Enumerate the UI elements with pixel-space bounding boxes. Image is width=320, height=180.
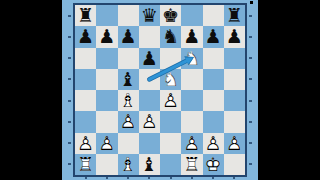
- square-e6[interactable]: [160, 48, 181, 69]
- black-pawn-glyph: ♟: [203, 26, 224, 47]
- black-pawn[interactable]: ♟: [118, 26, 139, 47]
- square-d6[interactable]: ♟: [139, 48, 160, 69]
- rank-tick-left-4: [68, 100, 71, 102]
- square-a6[interactable]: [75, 48, 96, 69]
- black-pawn-glyph: ♟: [181, 26, 202, 47]
- white-rook[interactable]: ♜♖: [75, 154, 96, 175]
- rank-tick-right-4: [249, 100, 252, 102]
- square-e2[interactable]: [160, 133, 181, 154]
- white-bishop-outline: ♗: [118, 153, 139, 174]
- black-pawn-glyph: ♟: [139, 47, 160, 68]
- square-a3[interactable]: [75, 111, 96, 132]
- black-pawn[interactable]: ♟: [224, 26, 245, 47]
- black-pawn[interactable]: ♟: [181, 26, 202, 47]
- file-tick-b: [106, 177, 108, 179]
- square-d3[interactable]: ♟♙: [139, 111, 160, 132]
- black-bishop[interactable]: ♝: [118, 69, 139, 90]
- white-pawn[interactable]: ♟♙: [160, 90, 181, 111]
- square-c4[interactable]: ♝♗: [118, 90, 139, 111]
- white-pawn[interactable]: ♟♙: [181, 133, 202, 154]
- white-knight-outline: ♘: [181, 47, 202, 68]
- square-c8[interactable]: [118, 5, 139, 26]
- square-h3[interactable]: [224, 111, 245, 132]
- chess-board-border: ♜♛♚♜♟♟♟♞♟♟♟♟♞♘♝♞♘♝♗♟♙♟♙♟♙♟♙♟♙♟♙♟♙♟♙♜♖♝♗♝…: [73, 3, 247, 177]
- rank-tick-right-6: [249, 57, 252, 59]
- rank-tick-left-1: [68, 163, 71, 165]
- square-g7[interactable]: ♟: [203, 26, 224, 47]
- white-pawn[interactable]: ♟♙: [139, 111, 160, 132]
- square-a8[interactable]: ♜: [75, 5, 96, 26]
- white-pawn-outline: ♙: [203, 132, 224, 153]
- square-f6[interactable]: ♞♘: [181, 48, 202, 69]
- square-d8[interactable]: ♛: [139, 5, 160, 26]
- square-b7[interactable]: ♟: [96, 26, 117, 47]
- white-pawn[interactable]: ♟♙: [203, 133, 224, 154]
- file-tick-c: [127, 177, 129, 179]
- white-pawn[interactable]: ♟♙: [96, 133, 117, 154]
- square-f3[interactable]: [181, 111, 202, 132]
- chess-board[interactable]: ♜♛♚♜♟♟♟♞♟♟♟♟♞♘♝♞♘♝♗♟♙♟♙♟♙♟♙♟♙♟♙♟♙♟♙♜♖♝♗♝…: [75, 5, 245, 175]
- black-pawn[interactable]: ♟: [203, 26, 224, 47]
- corner-dot: [250, 1, 253, 4]
- black-pawn-glyph: ♟: [224, 26, 245, 47]
- left-letterbox-bar: [0, 0, 62, 180]
- black-pawn[interactable]: ♟: [75, 26, 96, 47]
- black-knight-glyph: ♞: [160, 26, 181, 47]
- square-b5[interactable]: [96, 69, 117, 90]
- rank-tick-left-8: [68, 15, 71, 17]
- rank-tick-right-5: [249, 78, 252, 80]
- black-bishop-glyph: ♝: [118, 68, 139, 89]
- square-a2[interactable]: ♟♙: [75, 133, 96, 154]
- square-e8[interactable]: ♚: [160, 5, 181, 26]
- white-pawn-outline: ♙: [75, 132, 96, 153]
- white-pawn[interactable]: ♟♙: [118, 111, 139, 132]
- square-g2[interactable]: ♟♙: [203, 133, 224, 154]
- black-queen[interactable]: ♛: [139, 5, 160, 26]
- file-tick-h: [233, 177, 235, 179]
- black-rook-glyph: ♜: [224, 5, 245, 26]
- square-b1[interactable]: [96, 154, 117, 175]
- square-b6[interactable]: [96, 48, 117, 69]
- white-pawn-outline: ♙: [160, 90, 181, 111]
- rank-tick-left-7: [68, 36, 71, 38]
- rank-tick-left-3: [68, 121, 71, 123]
- rank-tick-right-7: [249, 36, 252, 38]
- right-letterbox-bar: [258, 0, 320, 180]
- black-king-glyph: ♚: [160, 5, 181, 26]
- square-c7[interactable]: ♟: [118, 26, 139, 47]
- square-g8[interactable]: [203, 5, 224, 26]
- square-h4[interactable]: [224, 90, 245, 111]
- rank-tick-right-1: [249, 163, 252, 165]
- rank-tick-right-8: [249, 15, 252, 17]
- square-c3[interactable]: ♟♙: [118, 111, 139, 132]
- white-rook-outline: ♖: [181, 153, 202, 174]
- white-bishop-outline: ♗: [118, 90, 139, 111]
- square-d7[interactable]: [139, 26, 160, 47]
- black-pawn-glyph: ♟: [96, 26, 117, 47]
- rank-tick-left-6: [68, 57, 71, 59]
- square-b4[interactable]: [96, 90, 117, 111]
- white-knight[interactable]: ♞♘: [160, 69, 181, 90]
- rank-tick-left-5: [68, 78, 71, 80]
- square-e7[interactable]: ♞: [160, 26, 181, 47]
- square-c5[interactable]: ♝: [118, 69, 139, 90]
- square-a5[interactable]: [75, 69, 96, 90]
- black-bishop-glyph: ♝: [139, 153, 160, 174]
- square-c6[interactable]: [118, 48, 139, 69]
- square-d2[interactable]: [139, 133, 160, 154]
- file-tick-e: [170, 177, 172, 179]
- square-f5[interactable]: [181, 69, 202, 90]
- white-bishop[interactable]: ♝♗: [118, 90, 139, 111]
- square-d4[interactable]: [139, 90, 160, 111]
- rank-tick-left-2: [68, 142, 71, 144]
- rank-tick-right-3: [249, 121, 252, 123]
- white-rook-outline: ♖: [75, 153, 96, 174]
- white-pawn[interactable]: ♟♙: [75, 133, 96, 154]
- square-a7[interactable]: ♟: [75, 26, 96, 47]
- black-bishop[interactable]: ♝: [139, 154, 160, 175]
- square-f2[interactable]: ♟♙: [181, 133, 202, 154]
- black-king[interactable]: ♚: [160, 5, 181, 26]
- board-frame: ♜♛♚♜♟♟♟♞♟♟♟♟♞♘♝♞♘♝♗♟♙♟♙♟♙♟♙♟♙♟♙♟♙♟♙♜♖♝♗♝…: [62, 0, 258, 180]
- rank-tick-right-2: [249, 142, 252, 144]
- black-pawn[interactable]: ♟: [139, 48, 160, 69]
- square-h5[interactable]: [224, 69, 245, 90]
- square-h2[interactable]: ♟♙: [224, 133, 245, 154]
- black-rook-glyph: ♜: [75, 5, 96, 26]
- square-h7[interactable]: ♟: [224, 26, 245, 47]
- square-e4[interactable]: ♟♙: [160, 90, 181, 111]
- black-pawn-glyph: ♟: [75, 26, 96, 47]
- file-tick-d: [148, 177, 150, 179]
- white-pawn-outline: ♙: [181, 132, 202, 153]
- white-king-outline: ♔: [203, 153, 224, 174]
- square-d5[interactable]: [139, 69, 160, 90]
- square-f1[interactable]: ♜♖: [181, 154, 202, 175]
- file-tick-f: [191, 177, 193, 179]
- black-rook[interactable]: ♜: [224, 5, 245, 26]
- square-b3[interactable]: [96, 111, 117, 132]
- white-rook[interactable]: ♜♖: [181, 154, 202, 175]
- white-pawn-outline: ♙: [139, 111, 160, 132]
- white-pawn[interactable]: ♟♙: [224, 133, 245, 154]
- black-rook[interactable]: ♜: [75, 5, 96, 26]
- white-knight[interactable]: ♞♘: [181, 48, 202, 69]
- square-c2[interactable]: [118, 133, 139, 154]
- square-f7[interactable]: ♟: [181, 26, 202, 47]
- square-b2[interactable]: ♟♙: [96, 133, 117, 154]
- white-pawn-outline: ♙: [224, 132, 245, 153]
- square-g5[interactable]: [203, 69, 224, 90]
- white-pawn-outline: ♙: [96, 132, 117, 153]
- file-tick-g: [212, 177, 214, 179]
- square-e1[interactable]: [160, 154, 181, 175]
- square-h6[interactable]: [224, 48, 245, 69]
- square-d1[interactable]: ♝: [139, 154, 160, 175]
- black-pawn-glyph: ♟: [118, 26, 139, 47]
- square-a4[interactable]: [75, 90, 96, 111]
- square-g1[interactable]: ♚♔: [203, 154, 224, 175]
- square-b8[interactable]: [96, 5, 117, 26]
- black-queen-glyph: ♛: [139, 5, 160, 26]
- square-h1[interactable]: [224, 154, 245, 175]
- white-bishop[interactable]: ♝♗: [118, 154, 139, 175]
- square-h8[interactable]: ♜: [224, 5, 245, 26]
- white-king[interactable]: ♚♔: [203, 154, 224, 175]
- square-g4[interactable]: [203, 90, 224, 111]
- square-c1[interactable]: ♝♗: [118, 154, 139, 175]
- white-knight-outline: ♘: [160, 68, 181, 89]
- square-f4[interactable]: [181, 90, 202, 111]
- black-knight[interactable]: ♞: [160, 26, 181, 47]
- square-e3[interactable]: [160, 111, 181, 132]
- square-f8[interactable]: [181, 5, 202, 26]
- black-pawn[interactable]: ♟: [96, 26, 117, 47]
- file-tick-a: [85, 177, 87, 179]
- square-g6[interactable]: [203, 48, 224, 69]
- square-g3[interactable]: [203, 111, 224, 132]
- white-pawn-outline: ♙: [118, 111, 139, 132]
- square-e5[interactable]: ♞♘: [160, 69, 181, 90]
- square-a1[interactable]: ♜♖: [75, 154, 96, 175]
